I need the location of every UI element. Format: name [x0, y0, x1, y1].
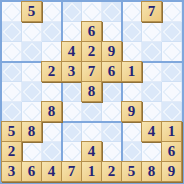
diamond-ornament — [163, 3, 181, 21]
number-tile[interactable]: 4 — [81, 141, 102, 162]
cell-r9c9[interactable]: 9 — [162, 162, 182, 182]
diamond-ornament — [63, 103, 81, 121]
cell-r6c7[interactable]: 9 — [122, 102, 142, 122]
diamond-ornament — [43, 43, 61, 61]
tile-digit: 6 — [88, 24, 96, 39]
diamond-ornament — [163, 63, 181, 81]
number-tile[interactable]: 1 — [121, 61, 142, 82]
cell-r7c3[interactable] — [42, 122, 62, 142]
diamond-ornament — [83, 103, 101, 121]
tile-digit: 3 — [8, 164, 16, 179]
tile-digit: 2 — [88, 44, 96, 59]
diamond-ornament — [163, 83, 181, 101]
cell-r9c3[interactable]: 4 — [42, 162, 62, 182]
cell-r3c7[interactable] — [122, 42, 142, 62]
cell-r7c6[interactable] — [102, 122, 122, 142]
cell-r2c7[interactable] — [122, 22, 142, 42]
cell-r4c4[interactable]: 3 — [62, 62, 82, 82]
sudoku-board: 576429237618895841246364712589 — [0, 0, 184, 184]
diamond-ornament — [103, 143, 121, 161]
cell-r6c3[interactable]: 8 — [42, 102, 62, 122]
number-tile[interactable]: 5 — [21, 1, 42, 22]
diamond-ornament — [63, 143, 81, 161]
number-tile[interactable]: 5 — [121, 161, 142, 182]
number-tile[interactable]: 9 — [161, 161, 182, 182]
cell-r8c3[interactable] — [42, 142, 62, 162]
diamond-ornament — [3, 83, 21, 101]
tile-digit: 1 — [88, 164, 96, 179]
tile-digit: 6 — [168, 144, 176, 159]
number-tile[interactable]: 2 — [101, 161, 122, 182]
diamond-ornament — [143, 83, 161, 101]
cell-r4c1[interactable] — [2, 62, 22, 82]
cell-r8c8[interactable] — [142, 142, 162, 162]
diamond-ornament — [63, 3, 81, 21]
diamond-ornament — [63, 123, 81, 141]
cell-r2c8[interactable] — [142, 22, 162, 42]
cell-r7c9[interactable]: 1 — [162, 122, 182, 142]
cell-r4c9[interactable] — [162, 62, 182, 82]
cell-r5c2[interactable] — [22, 82, 42, 102]
cell-r6c1[interactable] — [2, 102, 22, 122]
number-tile[interactable]: 9 — [101, 41, 122, 62]
number-tile[interactable]: 8 — [81, 81, 102, 102]
diamond-ornament — [43, 123, 61, 141]
cell-r1c9[interactable] — [162, 2, 182, 22]
tile-digit: 9 — [128, 104, 136, 119]
tile-digit: 7 — [148, 4, 156, 19]
diamond-ornament — [23, 83, 41, 101]
number-tile[interactable]: 8 — [41, 101, 62, 122]
cell-r1c4[interactable] — [62, 2, 82, 22]
diamond-ornament — [103, 83, 121, 101]
cell-r8c9[interactable]: 6 — [162, 142, 182, 162]
cell-r5c4[interactable] — [62, 82, 82, 102]
cell-r1c3[interactable] — [42, 2, 62, 22]
cell-r7c4[interactable] — [62, 122, 82, 142]
diamond-ornament — [103, 23, 121, 41]
cell-r5c3[interactable] — [42, 82, 62, 102]
diamond-ornament — [163, 43, 181, 61]
tile-digit: 4 — [148, 124, 156, 139]
number-tile[interactable]: 4 — [61, 41, 82, 62]
cell-r4c2[interactable] — [22, 62, 42, 82]
number-tile[interactable]: 9 — [121, 101, 142, 122]
tile-digit: 6 — [108, 64, 116, 79]
box-border-vertical-1 — [61, 2, 63, 182]
diamond-ornament — [143, 63, 161, 81]
diamond-ornament — [63, 23, 81, 41]
cell-r5c8[interactable] — [142, 82, 162, 102]
cell-r6c5[interactable] — [82, 102, 102, 122]
number-tile[interactable]: 7 — [81, 61, 102, 82]
diamond-ornament — [143, 43, 161, 61]
cell-r3c5[interactable]: 2 — [82, 42, 102, 62]
tile-digit: 2 — [8, 144, 16, 159]
diamond-ornament — [3, 3, 21, 21]
cell-r9c8[interactable]: 8 — [142, 162, 162, 182]
cell-r4c5[interactable]: 7 — [82, 62, 102, 82]
cell-r1c7[interactable] — [122, 2, 142, 22]
diamond-ornament — [123, 123, 141, 141]
tile-digit: 5 — [28, 4, 36, 19]
cell-r8c5[interactable]: 4 — [82, 142, 102, 162]
tile-digit: 5 — [128, 164, 136, 179]
diamond-ornament — [123, 23, 141, 41]
cell-r6c4[interactable] — [62, 102, 82, 122]
cell-r3c9[interactable] — [162, 42, 182, 62]
tile-digit: 1 — [128, 64, 136, 79]
diamond-ornament — [123, 83, 141, 101]
tile-digit: 6 — [28, 164, 36, 179]
number-tile[interactable]: 4 — [41, 161, 62, 182]
cell-r9c5[interactable]: 1 — [82, 162, 102, 182]
number-tile[interactable]: 2 — [81, 41, 102, 62]
cell-r9c1[interactable]: 3 — [2, 162, 22, 182]
cell-r2c6[interactable] — [102, 22, 122, 42]
cell-r2c4[interactable] — [62, 22, 82, 42]
tile-digit: 9 — [168, 164, 176, 179]
cell-r3c4[interactable]: 4 — [62, 42, 82, 62]
cell-r9c6[interactable]: 2 — [102, 162, 122, 182]
tile-digit: 4 — [48, 164, 56, 179]
number-tile[interactable]: 7 — [141, 1, 162, 22]
cell-r4c8[interactable] — [142, 62, 162, 82]
cell-r3c2[interactable] — [22, 42, 42, 62]
diamond-ornament — [43, 83, 61, 101]
number-tile[interactable]: 1 — [161, 121, 182, 142]
number-tile[interactable]: 3 — [61, 61, 82, 82]
cell-r7c8[interactable]: 4 — [142, 122, 162, 142]
number-tile[interactable]: 4 — [141, 121, 162, 142]
cell-r2c3[interactable] — [42, 22, 62, 42]
diamond-ornament — [163, 103, 181, 121]
number-tile[interactable]: 3 — [1, 161, 22, 182]
cell-r1c2[interactable]: 5 — [22, 2, 42, 22]
diamond-ornament — [3, 63, 21, 81]
diamond-ornament — [3, 23, 21, 41]
cell-r5c1[interactable] — [2, 82, 22, 102]
tile-digit: 9 — [108, 44, 116, 59]
diamond-ornament — [103, 103, 121, 121]
diamond-ornament — [43, 3, 61, 21]
cell-r7c5[interactable] — [82, 122, 102, 142]
cell-r6c9[interactable] — [162, 102, 182, 122]
cell-r4c3[interactable]: 2 — [42, 62, 62, 82]
number-tile[interactable]: 1 — [81, 161, 102, 182]
tile-digit: 7 — [68, 164, 76, 179]
cell-r2c9[interactable] — [162, 22, 182, 42]
number-tile[interactable]: 6 — [21, 161, 42, 182]
cell-r4c7[interactable]: 1 — [122, 62, 142, 82]
tile-digit: 7 — [88, 64, 96, 79]
cell-r6c8[interactable] — [142, 102, 162, 122]
tile-digit: 1 — [168, 124, 176, 139]
tile-digit: 8 — [148, 164, 156, 179]
tile-digit: 4 — [88, 144, 96, 159]
diamond-ornament — [23, 103, 41, 121]
cell-r2c1[interactable] — [2, 22, 22, 42]
cell-r6c6[interactable] — [102, 102, 122, 122]
cell-r1c8[interactable]: 7 — [142, 2, 162, 22]
cell-r5c6[interactable] — [102, 82, 122, 102]
cell-r7c1[interactable]: 5 — [2, 122, 22, 142]
tile-digit: 3 — [68, 64, 76, 79]
cell-r1c5[interactable] — [82, 2, 102, 22]
diamond-ornament — [3, 43, 21, 61]
diamond-ornament — [143, 23, 161, 41]
diamond-ornament — [43, 23, 61, 41]
cell-r7c7[interactable] — [122, 122, 142, 142]
tile-digit: 5 — [8, 124, 16, 139]
diamond-ornament — [143, 143, 161, 161]
diamond-ornament — [23, 63, 41, 81]
cell-r2c2[interactable] — [22, 22, 42, 42]
number-tile[interactable]: 5 — [1, 121, 22, 142]
number-tile[interactable]: 8 — [141, 161, 162, 182]
cell-r3c1[interactable] — [2, 42, 22, 62]
diamond-ornament — [23, 43, 41, 61]
cell-r3c6[interactable]: 9 — [102, 42, 122, 62]
cell-r8c1[interactable]: 2 — [2, 142, 22, 162]
cell-r4c6[interactable]: 6 — [102, 62, 122, 82]
number-tile[interactable]: 2 — [1, 141, 22, 162]
number-tile[interactable]: 2 — [41, 61, 62, 82]
diamond-ornament — [63, 83, 81, 101]
cell-r8c4[interactable] — [62, 142, 82, 162]
cell-r5c9[interactable] — [162, 82, 182, 102]
cell-r7c2[interactable]: 8 — [22, 122, 42, 142]
cell-r1c1[interactable] — [2, 2, 22, 22]
number-tile[interactable]: 6 — [81, 21, 102, 42]
cell-r1c6[interactable] — [102, 2, 122, 22]
tile-digit: 2 — [48, 64, 56, 79]
cell-r8c7[interactable] — [122, 142, 142, 162]
diamond-ornament — [123, 143, 141, 161]
diamond-ornament — [23, 23, 41, 41]
box-border-vertical-2 — [121, 2, 123, 182]
cell-r9c4[interactable]: 7 — [62, 162, 82, 182]
number-tile[interactable]: 6 — [161, 141, 182, 162]
diamond-ornament — [83, 3, 101, 21]
cell-r8c2[interactable] — [22, 142, 42, 162]
tile-digit: 4 — [68, 44, 76, 59]
cell-r3c8[interactable] — [142, 42, 162, 62]
cell-r5c5[interactable]: 8 — [82, 82, 102, 102]
diamond-ornament — [103, 3, 121, 21]
cell-r9c7[interactable]: 5 — [122, 162, 142, 182]
number-tile[interactable]: 7 — [61, 161, 82, 182]
diamond-ornament — [23, 143, 41, 161]
tile-digit: 2 — [108, 164, 116, 179]
cell-r2c5[interactable]: 6 — [82, 22, 102, 42]
tile-digit: 8 — [88, 84, 96, 99]
tile-digit: 8 — [48, 104, 56, 119]
diamond-ornament — [3, 103, 21, 121]
diamond-ornament — [123, 43, 141, 61]
tile-digit: 8 — [28, 124, 36, 139]
diamond-ornament — [163, 23, 181, 41]
cell-r3c3[interactable] — [42, 42, 62, 62]
diamond-ornament — [43, 143, 61, 161]
diamond-ornament — [123, 3, 141, 21]
diamond-ornament — [143, 103, 161, 121]
diamond-ornament — [103, 123, 121, 141]
cell-r5c7[interactable] — [122, 82, 142, 102]
cell-r6c2[interactable] — [22, 102, 42, 122]
diamond-ornament — [83, 123, 101, 141]
number-tile[interactable]: 8 — [21, 121, 42, 142]
cell-r8c6[interactable] — [102, 142, 122, 162]
cell-r9c2[interactable]: 6 — [22, 162, 42, 182]
number-tile[interactable]: 6 — [101, 61, 122, 82]
